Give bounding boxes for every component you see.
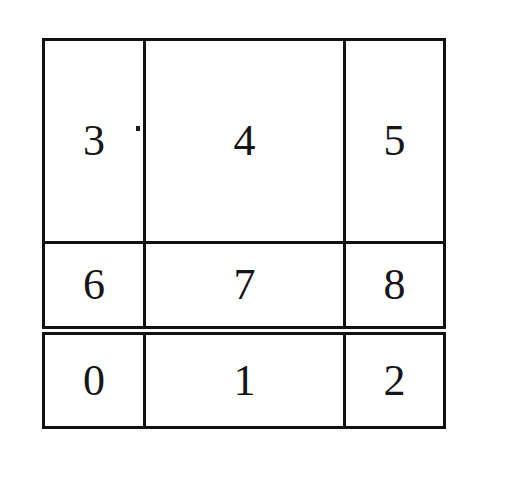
cell-r1c0: 6 <box>45 241 143 326</box>
cell-r1c1: 7 <box>143 241 343 326</box>
page: 3 4 5 6 7 8 0 1 2 <box>0 0 525 486</box>
grid-lower-section: 0 1 2 <box>42 332 446 429</box>
cell-r0c1: 4 <box>143 41 343 241</box>
ink-speck-artifact <box>136 126 140 131</box>
cell-r0c0: 3 <box>45 41 143 241</box>
cell-r0c2: 5 <box>343 41 443 241</box>
cell-r1c2: 8 <box>343 241 443 326</box>
cell-r2c2: 2 <box>343 335 443 426</box>
grid-upper-section: 3 4 5 6 7 8 <box>42 38 446 329</box>
cell-r2c1: 1 <box>143 335 343 426</box>
cell-r2c0: 0 <box>45 335 143 426</box>
